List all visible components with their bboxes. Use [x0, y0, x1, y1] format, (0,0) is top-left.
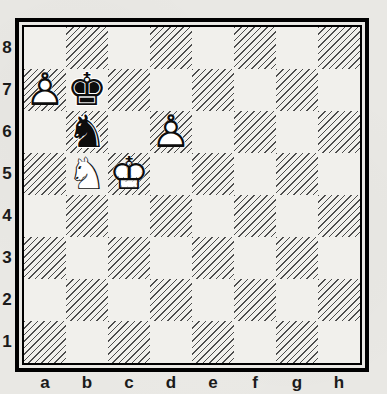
square-g5[interactable]	[276, 153, 318, 195]
file-label-c: c	[108, 373, 150, 393]
file-label-g: g	[276, 373, 318, 393]
file-label-e: e	[192, 373, 234, 393]
square-c5[interactable]: ♚♔	[108, 153, 150, 195]
square-f4[interactable]	[234, 195, 276, 237]
file-label-a: a	[24, 373, 66, 393]
square-e7[interactable]	[192, 69, 234, 111]
square-h2[interactable]	[318, 279, 360, 321]
file-label-f: f	[234, 373, 276, 393]
board-frame: ♟♙♚♞♟♙♞♘♚♔	[15, 18, 369, 372]
square-f5[interactable]	[234, 153, 276, 195]
square-a4[interactable]	[24, 195, 66, 237]
square-c2[interactable]	[108, 279, 150, 321]
chess-board: ♟♙♚♞♟♙♞♘♚♔	[24, 27, 360, 363]
square-d8[interactable]	[150, 27, 192, 69]
square-g4[interactable]	[276, 195, 318, 237]
square-a7[interactable]: ♟♙	[24, 69, 66, 111]
square-g6[interactable]	[276, 111, 318, 153]
square-a5[interactable]	[24, 153, 66, 195]
square-a6[interactable]	[24, 111, 66, 153]
rank-label-3: 3	[0, 237, 14, 279]
square-b5[interactable]: ♞♘	[66, 153, 108, 195]
rank-label-8: 8	[0, 27, 14, 69]
square-b3[interactable]	[66, 237, 108, 279]
square-g7[interactable]	[276, 69, 318, 111]
chess-diagram-page: ♟♙♚♞♟♙♞♘♚♔ 87654321 abcdefgh	[0, 0, 387, 394]
square-f1[interactable]	[234, 321, 276, 363]
square-a2[interactable]	[24, 279, 66, 321]
square-h8[interactable]	[318, 27, 360, 69]
square-g1[interactable]	[276, 321, 318, 363]
square-d4[interactable]	[150, 195, 192, 237]
rank-label-4: 4	[0, 195, 14, 237]
file-label-d: d	[150, 373, 192, 393]
square-d6[interactable]: ♟♙	[150, 111, 192, 153]
square-h7[interactable]	[318, 69, 360, 111]
square-d1[interactable]	[150, 321, 192, 363]
square-b4[interactable]	[66, 195, 108, 237]
file-label-h: h	[318, 373, 360, 393]
rank-label-1: 1	[0, 321, 14, 363]
square-e5[interactable]	[192, 153, 234, 195]
square-d3[interactable]	[150, 237, 192, 279]
square-c8[interactable]	[108, 27, 150, 69]
square-e6[interactable]	[192, 111, 234, 153]
square-c1[interactable]	[108, 321, 150, 363]
square-h6[interactable]	[318, 111, 360, 153]
square-b1[interactable]	[66, 321, 108, 363]
square-d2[interactable]	[150, 279, 192, 321]
square-d5[interactable]	[150, 153, 192, 195]
rank-label-2: 2	[0, 279, 14, 321]
square-f6[interactable]	[234, 111, 276, 153]
square-c7[interactable]	[108, 69, 150, 111]
square-g2[interactable]	[276, 279, 318, 321]
piece-white-pawn[interactable]: ♙	[24, 69, 66, 111]
square-a3[interactable]	[24, 237, 66, 279]
square-h5[interactable]	[318, 153, 360, 195]
square-e4[interactable]	[192, 195, 234, 237]
square-c3[interactable]	[108, 237, 150, 279]
rank-label-5: 5	[0, 153, 14, 195]
square-h3[interactable]	[318, 237, 360, 279]
square-h1[interactable]	[318, 321, 360, 363]
square-f8[interactable]	[234, 27, 276, 69]
square-f7[interactable]	[234, 69, 276, 111]
square-e3[interactable]	[192, 237, 234, 279]
rank-label-7: 7	[0, 69, 14, 111]
square-g3[interactable]	[276, 237, 318, 279]
board-inner-border: ♟♙♚♞♟♙♞♘♚♔	[22, 25, 362, 365]
file-label-b: b	[66, 373, 108, 393]
square-c4[interactable]	[108, 195, 150, 237]
square-f3[interactable]	[234, 237, 276, 279]
square-e1[interactable]	[192, 321, 234, 363]
square-e8[interactable]	[192, 27, 234, 69]
piece-white-king[interactable]: ♔	[108, 153, 150, 195]
rank-label-6: 6	[0, 111, 14, 153]
square-b2[interactable]	[66, 279, 108, 321]
square-h4[interactable]	[318, 195, 360, 237]
square-g8[interactable]	[276, 27, 318, 69]
square-f2[interactable]	[234, 279, 276, 321]
piece-white-knight[interactable]: ♘	[66, 153, 108, 195]
piece-white-pawn[interactable]: ♙	[150, 111, 192, 153]
square-a1[interactable]	[24, 321, 66, 363]
square-e2[interactable]	[192, 279, 234, 321]
